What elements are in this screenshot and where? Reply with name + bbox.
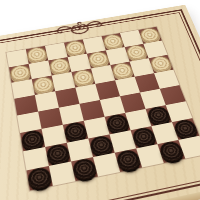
product-photo-scene xyxy=(0,0,200,200)
checkers-grid xyxy=(6,27,200,191)
checkers-board xyxy=(0,5,200,200)
